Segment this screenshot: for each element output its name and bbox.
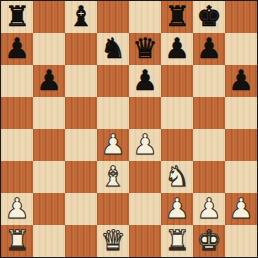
square-a4[interactable] <box>1 129 33 161</box>
square-a8[interactable]: ♜ <box>1 1 33 33</box>
square-a2[interactable]: ♟ <box>1 193 33 225</box>
square-d5[interactable] <box>97 97 129 129</box>
square-h8[interactable] <box>225 1 257 33</box>
square-b8[interactable] <box>33 1 65 33</box>
piece-white-queen: ♛ <box>100 225 125 257</box>
square-h6[interactable]: ♟ <box>225 65 257 97</box>
piece-white-king: ♚ <box>196 225 221 257</box>
piece-white-pawn: ♟ <box>132 129 157 161</box>
piece-white-rook: ♜ <box>164 225 189 257</box>
square-f2[interactable]: ♟ <box>161 193 193 225</box>
piece-white-pawn: ♟ <box>196 193 221 225</box>
square-g3[interactable] <box>193 161 225 193</box>
square-a7[interactable]: ♟ <box>1 33 33 65</box>
piece-black-pawn: ♟ <box>228 65 253 97</box>
square-h4[interactable] <box>225 129 257 161</box>
piece-white-pawn: ♟ <box>4 193 29 225</box>
square-c8[interactable]: ♝ <box>65 1 97 33</box>
piece-black-rook: ♜ <box>4 1 29 33</box>
square-b5[interactable] <box>33 97 65 129</box>
square-a1[interactable]: ♜ <box>1 225 33 257</box>
square-g8[interactable]: ♚ <box>193 1 225 33</box>
square-b7[interactable] <box>33 33 65 65</box>
piece-white-rook: ♜ <box>4 225 29 257</box>
square-e8[interactable] <box>129 1 161 33</box>
square-g6[interactable] <box>193 65 225 97</box>
square-e5[interactable] <box>129 97 161 129</box>
square-g7[interactable]: ♟ <box>193 33 225 65</box>
piece-black-king: ♚ <box>196 1 221 33</box>
piece-black-rook: ♜ <box>164 1 189 33</box>
square-h7[interactable] <box>225 33 257 65</box>
piece-white-pawn: ♟ <box>228 193 253 225</box>
square-f1[interactable]: ♜ <box>161 225 193 257</box>
square-a5[interactable] <box>1 97 33 129</box>
square-h3[interactable] <box>225 161 257 193</box>
square-f3[interactable]: ♞ <box>161 161 193 193</box>
square-b2[interactable] <box>33 193 65 225</box>
square-b3[interactable] <box>33 161 65 193</box>
square-d4[interactable]: ♟ <box>97 129 129 161</box>
square-f5[interactable] <box>161 97 193 129</box>
square-f4[interactable] <box>161 129 193 161</box>
chess-board: ♜♝♜♚♟♞♛♟♟♟♟♟♟♟♝♞♟♟♟♟♜♛♜♚ <box>1 1 257 257</box>
square-h2[interactable]: ♟ <box>225 193 257 225</box>
square-c7[interactable] <box>65 33 97 65</box>
piece-white-pawn: ♟ <box>164 193 189 225</box>
square-e2[interactable] <box>129 193 161 225</box>
square-b1[interactable] <box>33 225 65 257</box>
piece-black-knight: ♞ <box>100 33 125 65</box>
square-c6[interactable] <box>65 65 97 97</box>
square-d7[interactable]: ♞ <box>97 33 129 65</box>
square-b6[interactable]: ♟ <box>33 65 65 97</box>
piece-white-bishop: ♝ <box>100 161 125 193</box>
square-a3[interactable] <box>1 161 33 193</box>
square-d3[interactable]: ♝ <box>97 161 129 193</box>
square-h1[interactable] <box>225 225 257 257</box>
square-e3[interactable] <box>129 161 161 193</box>
square-d1[interactable]: ♛ <box>97 225 129 257</box>
square-d8[interactable] <box>97 1 129 33</box>
square-e7[interactable]: ♛ <box>129 33 161 65</box>
piece-white-knight: ♞ <box>164 161 189 193</box>
piece-white-pawn: ♟ <box>100 129 125 161</box>
square-e6[interactable]: ♟ <box>129 65 161 97</box>
square-g1[interactable]: ♚ <box>193 225 225 257</box>
square-c4[interactable] <box>65 129 97 161</box>
piece-black-queen: ♛ <box>132 33 157 65</box>
square-d6[interactable] <box>97 65 129 97</box>
square-a6[interactable] <box>1 65 33 97</box>
square-b4[interactable] <box>33 129 65 161</box>
square-e4[interactable]: ♟ <box>129 129 161 161</box>
square-f7[interactable]: ♟ <box>161 33 193 65</box>
square-c1[interactable] <box>65 225 97 257</box>
piece-black-pawn: ♟ <box>164 33 189 65</box>
square-f6[interactable] <box>161 65 193 97</box>
square-g5[interactable] <box>193 97 225 129</box>
chess-board-frame: ♜♝♜♚♟♞♛♟♟♟♟♟♟♟♝♞♟♟♟♟♜♛♜♚ <box>0 0 258 258</box>
piece-black-pawn: ♟ <box>132 65 157 97</box>
square-g2[interactable]: ♟ <box>193 193 225 225</box>
piece-black-pawn: ♟ <box>4 33 29 65</box>
square-f8[interactable]: ♜ <box>161 1 193 33</box>
piece-black-pawn: ♟ <box>196 33 221 65</box>
square-d2[interactable] <box>97 193 129 225</box>
square-g4[interactable] <box>193 129 225 161</box>
square-c3[interactable] <box>65 161 97 193</box>
square-h5[interactable] <box>225 97 257 129</box>
piece-black-bishop: ♝ <box>68 1 93 33</box>
square-c2[interactable] <box>65 193 97 225</box>
piece-black-pawn: ♟ <box>36 65 61 97</box>
square-c5[interactable] <box>65 97 97 129</box>
square-e1[interactable] <box>129 225 161 257</box>
